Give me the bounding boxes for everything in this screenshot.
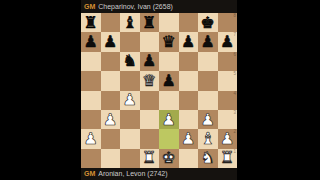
square-f3[interactable]	[179, 110, 199, 129]
square-d8[interactable]: ♜	[140, 13, 160, 32]
square-d6[interactable]: ♟	[140, 52, 160, 71]
piece-white-bishop[interactable]: ♝	[201, 130, 215, 146]
piece-black-pawn[interactable]: ♟	[201, 34, 215, 50]
square-b1[interactable]	[101, 149, 121, 168]
piece-white-pawn[interactable]: ♟	[201, 111, 215, 127]
square-g3[interactable]: ♟	[198, 110, 218, 129]
piece-white-pawn[interactable]: ♟	[103, 111, 117, 127]
square-h4[interactable]: 4	[218, 91, 238, 110]
square-c2[interactable]	[120, 129, 140, 148]
square-h7[interactable]: ♟7	[218, 32, 238, 51]
rank-coordinate-3: 3	[233, 110, 236, 115]
piece-black-queen[interactable]: ♛	[162, 34, 176, 50]
square-f5[interactable]	[179, 71, 199, 90]
piece-white-pawn[interactable]: ♟	[181, 130, 195, 146]
square-d7[interactable]	[140, 32, 160, 51]
square-b6[interactable]	[101, 52, 121, 71]
player-name-bottom: Aronian, Levon (2742)	[98, 168, 167, 180]
piece-white-queen[interactable]: ♛	[142, 72, 156, 88]
square-g4[interactable]	[198, 91, 218, 110]
square-c6[interactable]: ♞	[120, 52, 140, 71]
piece-black-pawn[interactable]: ♟	[103, 34, 117, 50]
piece-black-rook[interactable]: ♜	[84, 14, 98, 30]
square-f7[interactable]: ♟	[179, 32, 199, 51]
square-g6[interactable]	[198, 52, 218, 71]
square-g2[interactable]: ♝	[198, 129, 218, 148]
piece-black-rook[interactable]: ♜	[142, 14, 156, 30]
square-e4[interactable]	[159, 91, 179, 110]
square-b3[interactable]: ♟	[101, 110, 121, 129]
square-h2[interactable]: ♟2	[218, 129, 238, 148]
square-c7[interactable]	[120, 32, 140, 51]
rank-coordinate-2: 2	[233, 129, 236, 134]
player-bar-top: GM Cheparinov, Ivan (2658)	[81, 0, 237, 13]
square-b5[interactable]	[101, 71, 121, 90]
square-f8[interactable]	[179, 13, 199, 32]
square-g1[interactable]: ♞	[198, 149, 218, 168]
player-name-top: Cheparinov, Ivan (2658)	[98, 0, 173, 13]
square-e7[interactable]: ♛	[159, 32, 179, 51]
piece-black-knight[interactable]: ♞	[123, 53, 137, 69]
player-bar-bottom: GM Aronian, Levon (2742)	[81, 168, 237, 180]
rank-coordinate-7: 7	[233, 32, 236, 37]
piece-black-pawn[interactable]: ♟	[84, 34, 98, 50]
chess-board[interactable]: ♜♝♜♚8♟♟♛♟♟♟7♞♟6♛♟5♟4♟♟♟3♟♟♝♟2♜♚♞♜1	[81, 13, 237, 168]
rank-coordinate-5: 5	[233, 71, 236, 76]
square-e1[interactable]: ♚	[159, 149, 179, 168]
square-a3[interactable]	[81, 110, 101, 129]
square-g5[interactable]	[198, 71, 218, 90]
square-d3[interactable]	[140, 110, 160, 129]
piece-white-rook[interactable]: ♜	[142, 150, 156, 166]
square-b2[interactable]	[101, 129, 121, 148]
piece-white-pawn[interactable]: ♟	[84, 130, 98, 146]
square-c3[interactable]	[120, 110, 140, 129]
square-f4[interactable]	[179, 91, 199, 110]
piece-black-bishop[interactable]: ♝	[123, 14, 137, 30]
piece-white-rook[interactable]: ♜	[220, 150, 234, 166]
square-d4[interactable]	[140, 91, 160, 110]
square-a4[interactable]	[81, 91, 101, 110]
square-a6[interactable]	[81, 52, 101, 71]
piece-black-pawn[interactable]: ♟	[181, 34, 195, 50]
player-title-bottom: GM	[84, 168, 95, 180]
square-f6[interactable]	[179, 52, 199, 71]
square-e2[interactable]	[159, 129, 179, 148]
square-c8[interactable]: ♝	[120, 13, 140, 32]
square-b7[interactable]: ♟	[101, 32, 121, 51]
square-g7[interactable]: ♟	[198, 32, 218, 51]
square-b8[interactable]	[101, 13, 121, 32]
square-h1[interactable]: ♜1	[218, 149, 238, 168]
square-d1[interactable]: ♜	[140, 149, 160, 168]
piece-black-king[interactable]: ♚	[201, 14, 215, 30]
square-d2[interactable]	[140, 129, 160, 148]
square-a7[interactable]: ♟	[81, 32, 101, 51]
rank-coordinate-6: 6	[233, 52, 236, 57]
video-frame: GM Cheparinov, Ivan (2658) ♜♝♜♚8♟♟♛♟♟♟7♞…	[81, 0, 237, 180]
piece-white-pawn[interactable]: ♟	[220, 130, 234, 146]
square-f1[interactable]	[179, 149, 199, 168]
square-c1[interactable]	[120, 149, 140, 168]
square-e5[interactable]: ♟	[159, 71, 179, 90]
square-h3[interactable]: 3	[218, 110, 238, 129]
player-title-top: GM	[84, 0, 95, 13]
square-e6[interactable]	[159, 52, 179, 71]
piece-white-knight[interactable]: ♞	[201, 150, 215, 166]
square-c4[interactable]: ♟	[120, 91, 140, 110]
rank-coordinate-1: 1	[233, 149, 236, 154]
square-h5[interactable]: 5	[218, 71, 238, 90]
square-a2[interactable]: ♟	[81, 129, 101, 148]
piece-white-pawn[interactable]: ♟	[162, 111, 176, 127]
square-f2[interactable]: ♟	[179, 129, 199, 148]
piece-white-pawn[interactable]: ♟	[123, 92, 137, 108]
square-d5[interactable]: ♛	[140, 71, 160, 90]
rank-coordinate-4: 4	[233, 91, 236, 96]
square-b4[interactable]	[101, 91, 121, 110]
square-a1[interactable]	[81, 149, 101, 168]
piece-black-pawn[interactable]: ♟	[142, 53, 156, 69]
piece-black-pawn[interactable]: ♟	[220, 34, 234, 50]
rank-coordinate-8: 8	[233, 13, 236, 18]
square-g8[interactable]: ♚	[198, 13, 218, 32]
square-a8[interactable]: ♜	[81, 13, 101, 32]
piece-white-king[interactable]: ♚	[162, 150, 176, 166]
square-h6[interactable]: 6	[218, 52, 238, 71]
square-e8[interactable]	[159, 13, 179, 32]
square-c5[interactable]	[120, 71, 140, 90]
square-a5[interactable]	[81, 71, 101, 90]
square-e3[interactable]: ♟	[159, 110, 179, 129]
piece-black-pawn[interactable]: ♟	[162, 72, 176, 88]
square-h8[interactable]: 8	[218, 13, 238, 32]
